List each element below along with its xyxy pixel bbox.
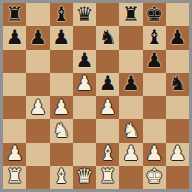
square-d2[interactable]	[73, 143, 96, 166]
square-d5[interactable]: ♟	[73, 73, 96, 96]
white-queen: ♛	[75, 166, 93, 186]
square-g3[interactable]	[143, 119, 166, 142]
black-pawn: ♟	[168, 27, 186, 47]
black-pawn: ♟	[99, 73, 117, 93]
square-d3[interactable]	[73, 119, 96, 142]
square-h7[interactable]: ♟	[166, 26, 189, 49]
black-bishop: ♝	[145, 27, 163, 47]
white-knight: ♞	[122, 120, 140, 140]
square-g4[interactable]	[143, 96, 166, 119]
square-c6[interactable]	[50, 50, 73, 73]
square-g8[interactable]: ♚	[143, 3, 166, 26]
square-a8[interactable]: ♜	[3, 3, 26, 26]
square-e3[interactable]	[96, 119, 119, 142]
square-h4[interactable]	[166, 96, 189, 119]
white-pawn: ♟	[145, 143, 163, 163]
black-pawn: ♟	[122, 73, 140, 93]
square-b5[interactable]	[26, 73, 49, 96]
white-pawn: ♟	[52, 97, 70, 117]
square-a5[interactable]	[3, 73, 26, 96]
black-queen: ♛	[75, 4, 93, 24]
square-f3[interactable]: ♞	[119, 119, 142, 142]
square-c8[interactable]: ♝	[50, 3, 73, 26]
square-f8[interactable]: ♜	[119, 3, 142, 26]
square-e2[interactable]: ♝	[96, 143, 119, 166]
square-e6[interactable]	[96, 50, 119, 73]
square-g2[interactable]: ♟	[143, 143, 166, 166]
black-knight: ♞	[168, 73, 186, 93]
black-rook: ♜	[6, 4, 24, 24]
square-b7[interactable]: ♟	[26, 26, 49, 49]
square-h1[interactable]	[166, 166, 189, 189]
white-pawn: ♟	[6, 143, 24, 163]
square-d1[interactable]: ♛	[73, 166, 96, 189]
square-a7[interactable]: ♟	[3, 26, 26, 49]
black-knight: ♞	[99, 27, 117, 47]
square-e8[interactable]	[96, 3, 119, 26]
square-a4[interactable]	[3, 96, 26, 119]
square-d4[interactable]	[73, 96, 96, 119]
square-d7[interactable]	[73, 26, 96, 49]
square-c5[interactable]	[50, 73, 73, 96]
white-pawn: ♟	[99, 97, 117, 117]
square-g5[interactable]	[143, 73, 166, 96]
square-a6[interactable]	[3, 50, 26, 73]
black-pawn: ♟	[29, 27, 47, 47]
white-rook: ♜	[99, 166, 117, 186]
square-a3[interactable]	[3, 119, 26, 142]
square-h8[interactable]	[166, 3, 189, 26]
square-b3[interactable]	[26, 119, 49, 142]
square-h3[interactable]	[166, 119, 189, 142]
white-pawn: ♟	[75, 73, 93, 93]
black-rook: ♜	[122, 4, 140, 24]
square-b2[interactable]	[26, 143, 49, 166]
white-knight: ♞	[52, 120, 70, 140]
black-pawn: ♟	[75, 50, 93, 70]
square-e1[interactable]: ♜	[96, 166, 119, 189]
square-f4[interactable]	[119, 96, 142, 119]
square-b6[interactable]	[26, 50, 49, 73]
square-h5[interactable]: ♞	[166, 73, 189, 96]
square-f6[interactable]	[119, 50, 142, 73]
black-pawn: ♟	[6, 27, 24, 47]
black-pawn: ♟	[145, 50, 163, 70]
chess-board: ♜♝♛♜♚♟♟♟♞♝♟♟♟♟♟♟♞♟♟♟♞♞♟♝♟♟♟♜♝♛♜♚	[3, 3, 189, 189]
square-c2[interactable]	[50, 143, 73, 166]
square-f2[interactable]: ♟	[119, 143, 142, 166]
white-pawn: ♟	[168, 143, 186, 163]
white-king: ♚	[145, 166, 163, 186]
square-a2[interactable]: ♟	[3, 143, 26, 166]
square-b4[interactable]: ♟	[26, 96, 49, 119]
white-bishop: ♝	[99, 143, 117, 163]
square-c4[interactable]: ♟	[50, 96, 73, 119]
square-g1[interactable]: ♚	[143, 166, 166, 189]
black-bishop: ♝	[52, 4, 70, 24]
square-f5[interactable]: ♟	[119, 73, 142, 96]
square-e7[interactable]: ♞	[96, 26, 119, 49]
square-d8[interactable]: ♛	[73, 3, 96, 26]
chess-board-frame: ♜♝♛♜♚♟♟♟♞♝♟♟♟♟♟♟♞♟♟♟♞♞♟♝♟♟♟♜♝♛♜♚	[0, 0, 192, 192]
square-e5[interactable]: ♟	[96, 73, 119, 96]
square-f7[interactable]	[119, 26, 142, 49]
black-pawn: ♟	[52, 27, 70, 47]
square-h6[interactable]	[166, 50, 189, 73]
square-c3[interactable]: ♞	[50, 119, 73, 142]
square-c1[interactable]: ♝	[50, 166, 73, 189]
square-e4[interactable]: ♟	[96, 96, 119, 119]
square-c7[interactable]: ♟	[50, 26, 73, 49]
square-b8[interactable]	[26, 3, 49, 26]
square-g7[interactable]: ♝	[143, 26, 166, 49]
square-g6[interactable]: ♟	[143, 50, 166, 73]
white-rook: ♜	[6, 166, 24, 186]
white-bishop: ♝	[52, 166, 70, 186]
black-king: ♚	[145, 4, 163, 24]
square-a1[interactable]: ♜	[3, 166, 26, 189]
square-f1[interactable]	[119, 166, 142, 189]
white-pawn: ♟	[122, 143, 140, 163]
square-b1[interactable]	[26, 166, 49, 189]
white-pawn: ♟	[29, 97, 47, 117]
square-h2[interactable]: ♟	[166, 143, 189, 166]
square-d6[interactable]: ♟	[73, 50, 96, 73]
